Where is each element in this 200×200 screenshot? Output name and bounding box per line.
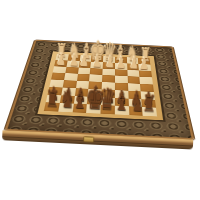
chess-board xyxy=(5,40,195,140)
brass-latch-icon xyxy=(83,136,94,143)
square-c8 xyxy=(115,106,129,115)
board-tilt-wrapper: ♜♞♝♚♛♝♞♜♟♟♟♟♟♟♟♟♟♟♟♟♟♟♟♟♜♞♝♚♛♝♞♜ xyxy=(0,0,200,200)
square-b8 xyxy=(128,106,143,115)
square-a8 xyxy=(142,107,157,116)
board-margin xyxy=(37,51,163,120)
chess-set-photo: ♜♞♝♚♛♝♞♜♟♟♟♟♟♟♟♟♟♟♟♟♟♟♟♟♜♞♝♚♛♝♞♜ xyxy=(0,0,200,200)
square-g8 xyxy=(58,103,73,112)
carved-frame xyxy=(5,40,195,140)
square-f8 xyxy=(72,104,87,113)
board-grid xyxy=(44,54,157,117)
square-e8 xyxy=(86,104,101,113)
square-d8 xyxy=(100,105,114,114)
frame-groove xyxy=(35,50,166,121)
